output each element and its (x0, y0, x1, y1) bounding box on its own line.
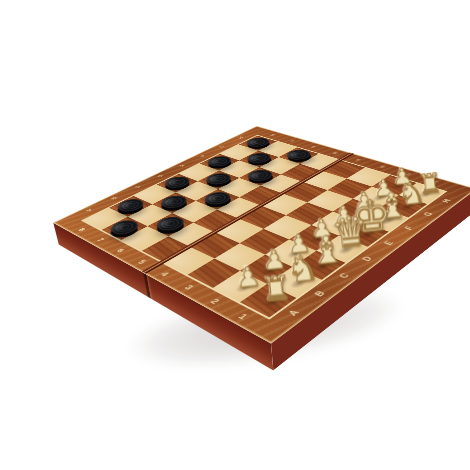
black-checker-f8[interactable] (203, 155, 235, 169)
black-checker-h8[interactable] (242, 136, 273, 148)
camera-tilt-wrapper: AABBCCDDEEFFGGHH1122334455667788 ♟♟♟♟♟♟♟… (0, 0, 470, 470)
black-checker-e7[interactable] (202, 171, 236, 186)
black-checker-b8[interactable] (113, 197, 148, 214)
rook-glyph: ♜ (260, 271, 293, 307)
folding-chess-checkers-board[interactable]: AABBCCDDEEFFGGHH1122334455667788 ♟♟♟♟♟♟♟… (53, 126, 470, 343)
black-checker-h6[interactable] (282, 148, 314, 161)
product-photo-scene: AABBCCDDEEFFGGHH1122334455667788 ♟♟♟♟♟♟♟… (0, 0, 470, 470)
perspective-viewport: AABBCCDDEEFFGGHH1122334455667788 ♟♟♟♟♟♟♟… (0, 0, 470, 470)
black-checker-f6[interactable] (243, 168, 277, 183)
black-checker-d8[interactable] (160, 175, 193, 190)
black-checker-c7[interactable] (156, 193, 191, 210)
pawn-glyph: ♟ (235, 263, 262, 292)
black-checker-g7[interactable] (243, 151, 275, 164)
